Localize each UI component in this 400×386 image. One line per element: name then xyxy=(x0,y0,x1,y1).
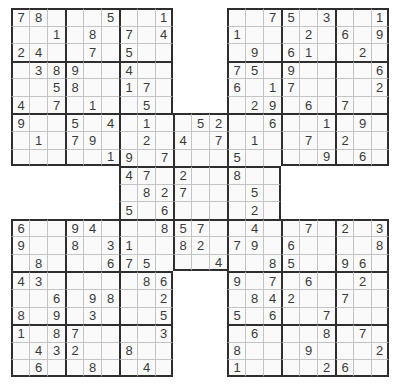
cell-r20c1[interactable] xyxy=(11,342,29,360)
cell-r16c16[interactable] xyxy=(281,271,299,289)
cell-r7c12[interactable]: 2 xyxy=(209,113,227,131)
cell-r15c13[interactable] xyxy=(227,254,245,272)
cell-r21c13[interactable]: 1 xyxy=(227,359,245,377)
cell-r7c4[interactable]: 5 xyxy=(65,113,83,131)
cell-r16c21[interactable] xyxy=(371,271,389,289)
cell-r8c4[interactable]: 7 xyxy=(65,131,83,149)
cell-r3c16[interactable]: 6 xyxy=(281,43,299,61)
cell-r7c5[interactable] xyxy=(83,113,101,131)
cell-r14c8[interactable] xyxy=(137,236,155,254)
cell-r6c7[interactable] xyxy=(119,96,137,114)
cell-r6c19[interactable]: 7 xyxy=(335,96,353,114)
cell-r21c3[interactable] xyxy=(47,359,65,377)
cell-r16c17[interactable]: 6 xyxy=(299,271,317,289)
cell-r15c16[interactable]: 5 xyxy=(281,254,299,272)
cell-r4c3[interactable]: 8 xyxy=(47,61,65,79)
cell-r11c8[interactable]: 8 xyxy=(137,184,155,202)
cell-r20c7[interactable]: 8 xyxy=(119,342,137,360)
cell-r19c6[interactable] xyxy=(101,324,119,342)
cell-r2c6[interactable] xyxy=(101,26,119,44)
cell-r8c6[interactable] xyxy=(101,131,119,149)
cell-r10c9[interactable] xyxy=(155,166,173,184)
cell-r18c5[interactable]: 3 xyxy=(83,307,101,325)
cell-r14c5[interactable] xyxy=(83,236,101,254)
cell-r2c21[interactable]: 9 xyxy=(371,26,389,44)
cell-r20c8[interactable] xyxy=(137,342,155,360)
cell-r2c3[interactable]: 1 xyxy=(47,26,65,44)
cell-r17c5[interactable]: 9 xyxy=(83,289,101,307)
cell-r13c20[interactable] xyxy=(353,219,371,237)
cell-r4c9[interactable] xyxy=(155,61,173,79)
cell-r4c17[interactable] xyxy=(299,61,317,79)
cell-r1c14[interactable] xyxy=(245,8,263,26)
cell-r21c20[interactable] xyxy=(353,359,371,377)
cell-r19c4[interactable]: 7 xyxy=(65,324,83,342)
cell-r6c6[interactable] xyxy=(101,96,119,114)
cell-r9c17[interactable] xyxy=(299,149,317,167)
cell-r15c4[interactable] xyxy=(65,254,83,272)
cell-r9c14[interactable] xyxy=(245,149,263,167)
cell-r8c19[interactable]: 2 xyxy=(335,131,353,149)
cell-r15c18[interactable] xyxy=(317,254,335,272)
cell-r19c21[interactable] xyxy=(371,324,389,342)
cell-r1c20[interactable] xyxy=(353,8,371,26)
cell-r20c17[interactable]: 9 xyxy=(299,342,317,360)
cell-r6c18[interactable] xyxy=(317,96,335,114)
cell-r9c11[interactable] xyxy=(191,149,209,167)
cell-r2c15[interactable] xyxy=(263,26,281,44)
cell-r3c4[interactable] xyxy=(65,43,83,61)
cell-r20c20[interactable] xyxy=(353,342,371,360)
cell-r20c9[interactable] xyxy=(155,342,173,360)
cell-r17c6[interactable]: 8 xyxy=(101,289,119,307)
cell-r4c1[interactable] xyxy=(11,61,29,79)
cell-r7c20[interactable]: 9 xyxy=(353,113,371,131)
cell-r21c14[interactable] xyxy=(245,359,263,377)
cell-r15c2[interactable]: 8 xyxy=(29,254,47,272)
cell-r2c14[interactable] xyxy=(245,26,263,44)
cell-r5c5[interactable] xyxy=(83,78,101,96)
cell-r19c3[interactable]: 8 xyxy=(47,324,65,342)
cell-r17c9[interactable]: 2 xyxy=(155,289,173,307)
cell-r3c17[interactable]: 1 xyxy=(299,43,317,61)
cell-r11c10[interactable]: 7 xyxy=(173,184,191,202)
cell-r6c4[interactable] xyxy=(65,96,83,114)
cell-r17c3[interactable]: 6 xyxy=(47,289,65,307)
cell-r5c4[interactable]: 8 xyxy=(65,78,83,96)
cell-r13c14[interactable]: 4 xyxy=(245,219,263,237)
cell-r4c16[interactable]: 9 xyxy=(281,61,299,79)
cell-r10c13[interactable]: 8 xyxy=(227,166,245,184)
cell-r10c12[interactable] xyxy=(209,166,227,184)
cell-r3c3[interactable] xyxy=(47,43,65,61)
cell-r1c9[interactable]: 1 xyxy=(155,8,173,26)
cell-r8c15[interactable] xyxy=(263,131,281,149)
cell-r18c13[interactable]: 5 xyxy=(227,307,245,325)
cell-r9c13[interactable]: 5 xyxy=(227,149,245,167)
cell-r16c4[interactable] xyxy=(65,271,83,289)
cell-r18c18[interactable]: 7 xyxy=(317,307,335,325)
cell-r15c6[interactable]: 6 xyxy=(101,254,119,272)
cell-r1c5[interactable] xyxy=(83,8,101,26)
cell-r8c18[interactable] xyxy=(317,131,335,149)
cell-r19c2[interactable] xyxy=(29,324,47,342)
cell-r15c9[interactable] xyxy=(155,254,173,272)
cell-r18c2[interactable] xyxy=(29,307,47,325)
cell-r4c5[interactable] xyxy=(83,61,101,79)
cell-r2c17[interactable]: 2 xyxy=(299,26,317,44)
cell-r18c16[interactable] xyxy=(281,307,299,325)
cell-r16c8[interactable]: 8 xyxy=(137,271,155,289)
cell-r4c18[interactable] xyxy=(317,61,335,79)
cell-r21c1[interactable] xyxy=(11,359,29,377)
cell-r6c20[interactable] xyxy=(353,96,371,114)
cell-r9c21[interactable] xyxy=(371,149,389,167)
cell-r13c18[interactable] xyxy=(317,219,335,237)
cell-r16c9[interactable]: 6 xyxy=(155,271,173,289)
cell-r18c7[interactable] xyxy=(119,307,137,325)
cell-r2c9[interactable]: 4 xyxy=(155,26,173,44)
cell-r4c13[interactable]: 7 xyxy=(227,61,245,79)
cell-r8c10[interactable]: 4 xyxy=(173,131,191,149)
cell-r17c17[interactable] xyxy=(299,289,317,307)
cell-r9c6[interactable]: 1 xyxy=(101,149,119,167)
cell-r6c9[interactable] xyxy=(155,96,173,114)
cell-r17c2[interactable] xyxy=(29,289,47,307)
cell-r12c12[interactable] xyxy=(209,201,227,219)
cell-r13c9[interactable]: 8 xyxy=(155,219,173,237)
cell-r12c11[interactable] xyxy=(191,201,209,219)
cell-r21c21[interactable] xyxy=(371,359,389,377)
cell-r21c4[interactable] xyxy=(65,359,83,377)
cell-r12c7[interactable]: 5 xyxy=(119,201,137,219)
cell-r17c13[interactable] xyxy=(227,289,245,307)
cell-r15c5[interactable] xyxy=(83,254,101,272)
cell-r4c2[interactable]: 3 xyxy=(29,61,47,79)
cell-r11c9[interactable]: 2 xyxy=(155,184,173,202)
cell-r20c6[interactable] xyxy=(101,342,119,360)
cell-r5c19[interactable] xyxy=(335,78,353,96)
cell-r2c1[interactable] xyxy=(11,26,29,44)
cell-r20c16[interactable] xyxy=(281,342,299,360)
cell-r18c1[interactable]: 8 xyxy=(11,307,29,325)
cell-r21c18[interactable]: 2 xyxy=(317,359,335,377)
cell-r16c5[interactable] xyxy=(83,271,101,289)
cell-r1c16[interactable]: 5 xyxy=(281,8,299,26)
cell-r14c11[interactable]: 2 xyxy=(191,236,209,254)
cell-r8c13[interactable] xyxy=(227,131,245,149)
cell-r13c6[interactable] xyxy=(101,219,119,237)
cell-r16c1[interactable]: 4 xyxy=(11,271,29,289)
cell-r14c9[interactable] xyxy=(155,236,173,254)
cell-r13c10[interactable]: 5 xyxy=(173,219,191,237)
cell-r3c14[interactable]: 9 xyxy=(245,43,263,61)
cell-r19c1[interactable]: 1 xyxy=(11,324,29,342)
cell-r18c6[interactable] xyxy=(101,307,119,325)
cell-r12c9[interactable]: 6 xyxy=(155,201,173,219)
cell-r14c14[interactable]: 9 xyxy=(245,236,263,254)
cell-r7c19[interactable] xyxy=(335,113,353,131)
cell-r16c2[interactable]: 3 xyxy=(29,271,47,289)
cell-r15c14[interactable] xyxy=(245,254,263,272)
cell-r11c14[interactable]: 5 xyxy=(245,184,263,202)
cell-r3c2[interactable]: 4 xyxy=(29,43,47,61)
cell-r14c7[interactable]: 1 xyxy=(119,236,137,254)
cell-r13c2[interactable] xyxy=(29,219,47,237)
cell-r16c20[interactable]: 2 xyxy=(353,271,371,289)
cell-r5c8[interactable]: 7 xyxy=(137,78,155,96)
cell-r8c20[interactable] xyxy=(353,131,371,149)
cell-r21c2[interactable]: 6 xyxy=(29,359,47,377)
cell-r20c2[interactable]: 4 xyxy=(29,342,47,360)
cell-r9c4[interactable] xyxy=(65,149,83,167)
cell-r16c3[interactable] xyxy=(47,271,65,289)
cell-r2c16[interactable] xyxy=(281,26,299,44)
cell-r5c21[interactable]: 2 xyxy=(371,78,389,96)
cell-r14c18[interactable] xyxy=(317,236,335,254)
cell-r14c19[interactable] xyxy=(335,236,353,254)
cell-r16c13[interactable]: 9 xyxy=(227,271,245,289)
cell-r4c19[interactable] xyxy=(335,61,353,79)
cell-r20c18[interactable] xyxy=(317,342,335,360)
cell-r3c21[interactable] xyxy=(371,43,389,61)
cell-r7c14[interactable] xyxy=(245,113,263,131)
cell-r8c14[interactable]: 1 xyxy=(245,131,263,149)
cell-r16c6[interactable] xyxy=(101,271,119,289)
cell-r1c3[interactable] xyxy=(47,8,65,26)
cell-r13c11[interactable]: 7 xyxy=(191,219,209,237)
cell-r18c17[interactable] xyxy=(299,307,317,325)
cell-r20c13[interactable]: 8 xyxy=(227,342,245,360)
cell-r6c15[interactable]: 9 xyxy=(263,96,281,114)
cell-r10c15[interactable] xyxy=(263,166,281,184)
cell-r9c7[interactable]: 9 xyxy=(119,149,137,167)
cell-r2c7[interactable]: 7 xyxy=(119,26,137,44)
cell-r6c5[interactable]: 1 xyxy=(83,96,101,114)
cell-r14c3[interactable] xyxy=(47,236,65,254)
cell-r15c8[interactable]: 5 xyxy=(137,254,155,272)
cell-r7c7[interactable] xyxy=(119,113,137,131)
cell-r19c8[interactable] xyxy=(137,324,155,342)
cell-r15c10[interactable] xyxy=(173,254,191,272)
cell-r7c8[interactable]: 1 xyxy=(137,113,155,131)
cell-r17c19[interactable]: 7 xyxy=(335,289,353,307)
cell-r2c2[interactable] xyxy=(29,26,47,44)
cell-r5c18[interactable] xyxy=(317,78,335,96)
cell-r20c19[interactable] xyxy=(335,342,353,360)
cell-r21c16[interactable] xyxy=(281,359,299,377)
cell-r5c6[interactable] xyxy=(101,78,119,96)
cell-r6c14[interactable]: 2 xyxy=(245,96,263,114)
cell-r19c7[interactable] xyxy=(119,324,137,342)
cell-r1c13[interactable] xyxy=(227,8,245,26)
cell-r9c2[interactable] xyxy=(29,149,47,167)
cell-r13c4[interactable]: 9 xyxy=(65,219,83,237)
cell-r14c16[interactable]: 6 xyxy=(281,236,299,254)
cell-r17c7[interactable] xyxy=(119,289,137,307)
cell-r6c1[interactable]: 4 xyxy=(11,96,29,114)
cell-r19c14[interactable]: 6 xyxy=(245,324,263,342)
cell-r6c17[interactable]: 6 xyxy=(299,96,317,114)
cell-r19c5[interactable] xyxy=(83,324,101,342)
cell-r16c7[interactable] xyxy=(119,271,137,289)
cell-r16c18[interactable] xyxy=(317,271,335,289)
cell-r12c13[interactable] xyxy=(227,201,245,219)
cell-r13c7[interactable] xyxy=(119,219,137,237)
cell-r7c10[interactable] xyxy=(173,113,191,131)
cell-r18c8[interactable] xyxy=(137,307,155,325)
cell-r1c19[interactable] xyxy=(335,8,353,26)
cell-r1c1[interactable]: 7 xyxy=(11,8,29,26)
cell-r18c15[interactable]: 6 xyxy=(263,307,281,325)
cell-r9c18[interactable]: 9 xyxy=(317,149,335,167)
cell-r18c21[interactable] xyxy=(371,307,389,325)
cell-r15c20[interactable]: 6 xyxy=(353,254,371,272)
cell-r20c5[interactable] xyxy=(83,342,101,360)
cell-r21c17[interactable] xyxy=(299,359,317,377)
cell-r18c14[interactable] xyxy=(245,307,263,325)
cell-r15c17[interactable] xyxy=(299,254,317,272)
cell-r12c15[interactable] xyxy=(263,201,281,219)
cell-r2c19[interactable]: 6 xyxy=(335,26,353,44)
cell-r14c13[interactable]: 7 xyxy=(227,236,245,254)
cell-r7c11[interactable]: 5 xyxy=(191,113,209,131)
cell-r3c8[interactable] xyxy=(137,43,155,61)
cell-r17c21[interactable] xyxy=(371,289,389,307)
cell-r10c10[interactable]: 2 xyxy=(173,166,191,184)
cell-r21c5[interactable]: 8 xyxy=(83,359,101,377)
cell-r11c13[interactable] xyxy=(227,184,245,202)
cell-r18c3[interactable]: 9 xyxy=(47,307,65,325)
cell-r19c17[interactable] xyxy=(299,324,317,342)
cell-r1c7[interactable] xyxy=(119,8,137,26)
cell-r5c2[interactable] xyxy=(29,78,47,96)
cell-r18c4[interactable] xyxy=(65,307,83,325)
cell-r11c11[interactable] xyxy=(191,184,209,202)
cell-r18c20[interactable] xyxy=(353,307,371,325)
cell-r3c20[interactable]: 2 xyxy=(353,43,371,61)
cell-r13c16[interactable] xyxy=(281,219,299,237)
cell-r14c2[interactable] xyxy=(29,236,47,254)
cell-r7c18[interactable]: 1 xyxy=(317,113,335,131)
cell-r13c1[interactable]: 6 xyxy=(11,219,29,237)
cell-r4c15[interactable] xyxy=(263,61,281,79)
cell-r5c9[interactable] xyxy=(155,78,173,96)
cell-r3c7[interactable]: 5 xyxy=(119,43,137,61)
cell-r1c4[interactable] xyxy=(65,8,83,26)
cell-r13c21[interactable]: 3 xyxy=(371,219,389,237)
cell-r7c21[interactable] xyxy=(371,113,389,131)
cell-r8c16[interactable] xyxy=(281,131,299,149)
cell-r4c21[interactable]: 6 xyxy=(371,61,389,79)
cell-r2c8[interactable] xyxy=(137,26,155,44)
cell-r17c20[interactable] xyxy=(353,289,371,307)
cell-r9c3[interactable] xyxy=(47,149,65,167)
cell-r19c15[interactable] xyxy=(263,324,281,342)
cell-r2c20[interactable] xyxy=(353,26,371,44)
cell-r2c18[interactable] xyxy=(317,26,335,44)
cell-r3c13[interactable] xyxy=(227,43,245,61)
cell-r1c2[interactable]: 8 xyxy=(29,8,47,26)
cell-r9c1[interactable] xyxy=(11,149,29,167)
cell-r20c14[interactable] xyxy=(245,342,263,360)
cell-r13c19[interactable]: 2 xyxy=(335,219,353,237)
cell-r9c5[interactable] xyxy=(83,149,101,167)
cell-r8c17[interactable]: 7 xyxy=(299,131,317,149)
cell-r13c3[interactable] xyxy=(47,219,65,237)
cell-r13c17[interactable]: 7 xyxy=(299,219,317,237)
cell-r9c8[interactable] xyxy=(137,149,155,167)
cell-r21c15[interactable] xyxy=(263,359,281,377)
cell-r6c8[interactable]: 5 xyxy=(137,96,155,114)
cell-r20c15[interactable] xyxy=(263,342,281,360)
cell-r4c20[interactable] xyxy=(353,61,371,79)
cell-r9c15[interactable] xyxy=(263,149,281,167)
cell-r9c9[interactable]: 7 xyxy=(155,149,173,167)
cell-r15c1[interactable] xyxy=(11,254,29,272)
cell-r13c8[interactable] xyxy=(137,219,155,237)
cell-r3c15[interactable] xyxy=(263,43,281,61)
cell-r14c21[interactable]: 8 xyxy=(371,236,389,254)
cell-r7c9[interactable] xyxy=(155,113,173,131)
cell-r7c17[interactable] xyxy=(299,113,317,131)
cell-r15c21[interactable] xyxy=(371,254,389,272)
cell-r7c2[interactable] xyxy=(29,113,47,131)
cell-r6c13[interactable] xyxy=(227,96,245,114)
cell-r8c21[interactable] xyxy=(371,131,389,149)
cell-r19c19[interactable] xyxy=(335,324,353,342)
cell-r20c3[interactable]: 3 xyxy=(47,342,65,360)
cell-r11c12[interactable] xyxy=(209,184,227,202)
cell-r15c15[interactable]: 8 xyxy=(263,254,281,272)
cell-r19c16[interactable] xyxy=(281,324,299,342)
cell-r21c7[interactable] xyxy=(119,359,137,377)
cell-r8c5[interactable]: 9 xyxy=(83,131,101,149)
cell-r10c8[interactable]: 7 xyxy=(137,166,155,184)
cell-r18c9[interactable]: 5 xyxy=(155,307,173,325)
cell-r1c8[interactable] xyxy=(137,8,155,26)
cell-r14c6[interactable]: 3 xyxy=(101,236,119,254)
cell-r14c4[interactable]: 8 xyxy=(65,236,83,254)
cell-r8c7[interactable] xyxy=(119,131,137,149)
cell-r8c12[interactable]: 7 xyxy=(209,131,227,149)
cell-r2c5[interactable]: 8 xyxy=(83,26,101,44)
cell-r4c4[interactable]: 9 xyxy=(65,61,83,79)
cell-r3c5[interactable]: 7 xyxy=(83,43,101,61)
cell-r7c3[interactable] xyxy=(47,113,65,131)
cell-r10c14[interactable] xyxy=(245,166,263,184)
cell-r13c5[interactable]: 4 xyxy=(83,219,101,237)
cell-r18c19[interactable] xyxy=(335,307,353,325)
cell-r15c7[interactable]: 7 xyxy=(119,254,137,272)
cell-r3c9[interactable] xyxy=(155,43,173,61)
cell-r9c16[interactable] xyxy=(281,149,299,167)
cell-r14c12[interactable] xyxy=(209,236,227,254)
cell-r7c15[interactable]: 6 xyxy=(263,113,281,131)
cell-r6c21[interactable] xyxy=(371,96,389,114)
cell-r19c13[interactable] xyxy=(227,324,245,342)
cell-r3c19[interactable] xyxy=(335,43,353,61)
cell-r8c9[interactable] xyxy=(155,131,173,149)
cell-r5c17[interactable] xyxy=(299,78,317,96)
cell-r8c8[interactable]: 2 xyxy=(137,131,155,149)
cell-r7c13[interactable] xyxy=(227,113,245,131)
cell-r19c20[interactable]: 7 xyxy=(353,324,371,342)
cell-r14c17[interactable] xyxy=(299,236,317,254)
cell-r10c7[interactable]: 4 xyxy=(119,166,137,184)
cell-r2c4[interactable] xyxy=(65,26,83,44)
cell-r17c15[interactable]: 4 xyxy=(263,289,281,307)
